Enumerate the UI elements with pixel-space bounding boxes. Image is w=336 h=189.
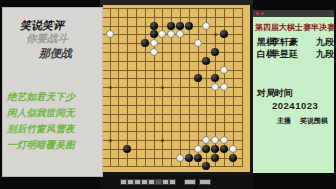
black-stone [202,162,210,170]
grid-line-h [103,52,243,53]
poem-line-3: 别后竹窗风雪夜 [7,121,75,137]
toolbar-button-left[interactable] [184,179,196,185]
black-stone [211,48,219,56]
move-nav-button[interactable] [120,179,127,185]
white-stone [194,145,202,153]
game-time-label: 对局时间 [257,87,293,100]
grid-line-h [103,158,243,159]
white-stone [220,66,228,74]
host-name: 笑说围棋 [300,116,328,126]
go-app-window [100,0,253,189]
poem-line-2: 闲人似我世间无 [7,105,75,121]
grid-line-h [103,78,243,79]
panel-close-icon[interactable] [256,12,259,15]
black-stone [141,39,149,47]
black-stone [220,145,228,153]
grid-line-h [103,8,243,9]
white-stone [220,83,228,91]
white-stone [106,30,114,38]
go-board[interactable] [103,5,250,172]
white-stone [194,39,202,47]
white-stone [176,30,184,38]
black-stone [211,74,219,82]
black-stone [123,145,131,153]
host-label: 主播 [277,116,291,126]
move-nav-button[interactable] [155,179,162,185]
black-stone [211,145,219,153]
white-player-rank: 九段 [316,48,334,61]
black-stone [194,74,202,82]
black-stone [150,30,158,38]
stream-overlay-card: 笑说笑评 你要战斗 那便战 绝艺如君天下少 闲人似我世间无 别后竹窗风雪夜 一灯… [2,7,103,177]
grid-line-h [103,43,243,44]
black-stone [220,30,228,38]
grid-line-h [103,122,243,123]
overlay-title: 笑说笑评 [20,18,64,33]
overlay-line2: 你要战斗 [26,32,68,46]
screen: 笑说笑评 你要战斗 那便战 绝艺如君天下少 闲人似我世间无 别后竹窗风雪夜 一灯… [0,0,336,189]
move-nav-button[interactable] [134,179,141,185]
move-nav-button[interactable] [148,179,155,185]
grid-line-h [103,166,243,167]
white-stone [229,145,237,153]
game-info-panel: 第四届大棋士赛半决赛 黑棋 李轩豪 九段 白棋 芈昱廷 九段 对局时间 2024… [253,10,334,173]
grid-line-h [103,131,243,132]
black-stone [185,22,193,30]
black-stone [185,154,193,162]
white-stone [202,22,210,30]
white-stone [211,83,219,91]
white-stone [167,30,175,38]
black-stone [167,22,175,30]
move-nav-button[interactable] [141,179,148,185]
star-point [214,33,217,36]
star-point [161,86,164,89]
move-nav-button[interactable] [162,179,169,185]
white-stone [220,136,228,144]
white-stone [158,30,166,38]
black-stone [202,57,210,65]
game-date: 20241023 [272,100,318,111]
panel-title-bar [253,10,334,17]
poem-block: 绝艺如君天下少 闲人似我世间无 别后竹窗风雪夜 一灯明暗覆吴图 [7,89,75,153]
black-stone [211,154,219,162]
white-player-name: 芈昱廷 [271,48,298,61]
star-point [109,86,112,89]
white-stone [202,136,210,144]
white-stone [150,48,158,56]
grid-line-h [103,61,243,62]
poem-line-1: 绝艺如君天下少 [7,89,75,105]
white-stone [176,154,184,162]
star-point [109,139,112,142]
black-stone [229,154,237,162]
grid-line-h [103,17,243,18]
grid-line-h [103,114,243,115]
white-stone [211,136,219,144]
move-nav-button[interactable] [127,179,134,185]
move-navigation-toolbar [100,175,253,189]
overlay-line3: 那便战 [39,46,72,61]
panel-menu-icon[interactable] [261,12,264,15]
white-stone [150,39,158,47]
black-stone [150,22,158,30]
black-stone [194,154,202,162]
move-nav-button[interactable] [169,179,176,185]
white-player-row: 白棋 芈昱廷 九段 [253,48,334,58]
black-stone [202,145,210,153]
black-stone [176,22,184,30]
tournament-title: 第四届大棋士赛半决赛 [255,22,333,33]
poem-line-4: 一灯明暗覆吴图 [7,137,75,153]
grid-line-h [103,96,243,97]
black-player-row: 黑棋 李轩豪 九段 [253,36,334,46]
star-point [161,139,164,142]
grid-line-h [103,105,243,106]
toolbar-button-right[interactable] [199,179,211,185]
